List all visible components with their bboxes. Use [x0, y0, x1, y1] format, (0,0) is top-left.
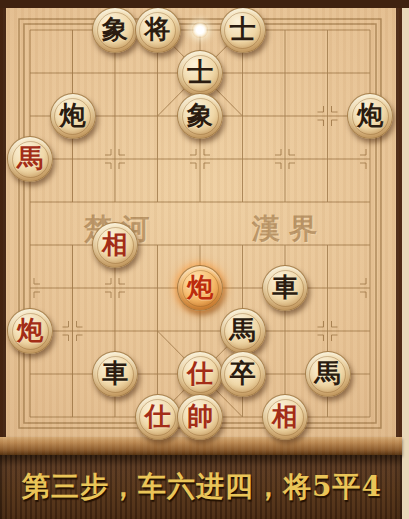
red-horse-piece[interactable]: 馬 [7, 136, 53, 182]
red-advisor-piece[interactable]: 仕 [135, 394, 181, 440]
black-chariot-piece[interactable]: 車 [262, 265, 308, 311]
move-caption: 第三步，车六进四，将5平4 [0, 468, 382, 506]
black-horse-piece[interactable]: 馬 [220, 308, 266, 354]
top-border-strip [0, 0, 409, 8]
red-general-piece[interactable]: 帥 [177, 394, 223, 440]
red-cannon-piece[interactable]: 炮 [177, 265, 223, 311]
move-caption-bar: 第三步，车六进四，将5平4 [0, 455, 402, 519]
black-horse-piece[interactable]: 馬 [305, 351, 351, 397]
black-chariot-piece[interactable]: 車 [92, 351, 138, 397]
black-soldier-piece[interactable]: 卒 [220, 351, 266, 397]
black-advisor-piece[interactable]: 士 [177, 50, 223, 96]
black-general-piece[interactable]: 将 [135, 7, 181, 53]
xiangqi-app: 楚河 漢界 象将士士炮象炮馬相炮車炮馬車仕卒馬仕帥相 第三步，车六进四，将5平4 [0, 0, 409, 519]
black-cannon-piece[interactable]: 炮 [347, 93, 393, 139]
red-elephant-piece[interactable]: 相 [92, 222, 138, 268]
black-advisor-piece[interactable]: 士 [220, 7, 266, 53]
black-elephant-piece[interactable]: 象 [177, 93, 223, 139]
page-side-strip [402, 0, 409, 519]
last-move-origin-marker [192, 22, 208, 38]
red-elephant-piece[interactable]: 相 [262, 394, 308, 440]
black-elephant-piece[interactable]: 象 [92, 7, 138, 53]
xiangqi-board[interactable]: 楚河 漢界 象将士士炮象炮馬相炮車炮馬車仕卒馬仕帥相 [0, 8, 402, 455]
piece-grid: 象将士士炮象炮馬相炮車炮馬車仕卒馬仕帥相 [9, 9, 392, 439]
red-cannon-piece[interactable]: 炮 [7, 308, 53, 354]
black-cannon-piece[interactable]: 炮 [50, 93, 96, 139]
red-advisor-piece[interactable]: 仕 [177, 351, 223, 397]
